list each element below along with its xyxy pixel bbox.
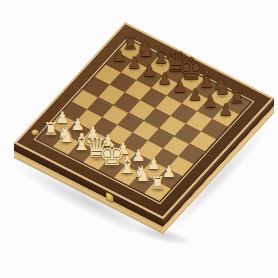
chess-set-photo: ♜♞♝♛♚♝♞♜♟♟♟♟♟♟♟♟♟♟♟♟♟♟♟♟♜♞♝♛♚♝♞♜ <box>0 0 278 278</box>
chessboard <box>14 22 274 219</box>
